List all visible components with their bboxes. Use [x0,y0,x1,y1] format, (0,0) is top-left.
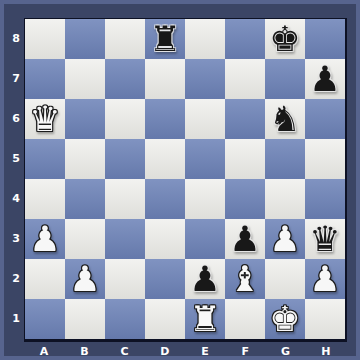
square-b5[interactable] [65,139,105,179]
square-e6[interactable] [185,99,225,139]
square-f7[interactable] [225,59,265,99]
square-g2[interactable] [265,259,305,299]
square-f2[interactable]: ♝ [225,259,265,299]
square-b8[interactable] [65,19,105,59]
file-label-f: F [225,343,265,360]
square-g6[interactable]: ♞ [265,99,305,139]
square-e2[interactable]: ♟ [185,259,225,299]
square-h7[interactable]: ♟ [305,59,345,99]
white-bishop[interactable]: ♝ [229,262,260,297]
white-king[interactable]: ♚ [269,302,300,337]
chess-board[interactable]: ♜♚♟♛♞♟♟♟♛♟♟♝♟♜♚ [24,18,347,342]
square-a6[interactable]: ♛ [25,99,65,139]
rank-label-8: 8 [8,18,24,58]
rank-label-6: 6 [8,98,24,138]
white-queen[interactable]: ♛ [29,102,60,137]
square-d5[interactable] [145,139,185,179]
square-c3[interactable] [105,219,145,259]
square-b6[interactable] [65,99,105,139]
square-g7[interactable] [265,59,305,99]
black-pawn[interactable]: ♟ [309,62,340,97]
square-d6[interactable] [145,99,185,139]
square-g4[interactable] [265,179,305,219]
white-pawn[interactable]: ♟ [309,262,340,297]
square-b1[interactable] [65,299,105,339]
square-d8[interactable]: ♜ [145,19,185,59]
square-c5[interactable] [105,139,145,179]
chessboard-frame: 87654321 ♜♚♟♛♞♟♟♟♛♟♟♝♟♜♚ ABCDEFGH [0,0,360,360]
square-g5[interactable] [265,139,305,179]
black-king[interactable]: ♚ [269,22,300,57]
square-h4[interactable] [305,179,345,219]
file-label-c: C [105,343,145,360]
square-f5[interactable] [225,139,265,179]
rank-label-7: 7 [8,58,24,98]
square-h3[interactable]: ♛ [305,219,345,259]
square-c6[interactable] [105,99,145,139]
square-e1[interactable]: ♜ [185,299,225,339]
file-label-d: D [145,343,185,360]
rank-label-2: 2 [8,258,24,298]
square-f4[interactable] [225,179,265,219]
square-e8[interactable] [185,19,225,59]
square-a2[interactable] [25,259,65,299]
white-pawn[interactable]: ♟ [269,222,300,257]
square-f6[interactable] [225,99,265,139]
file-label-e: E [185,343,225,360]
square-c7[interactable] [105,59,145,99]
square-g3[interactable]: ♟ [265,219,305,259]
square-f8[interactable] [225,19,265,59]
white-pawn[interactable]: ♟ [69,262,100,297]
square-b4[interactable] [65,179,105,219]
square-g1[interactable]: ♚ [265,299,305,339]
rank-label-3: 3 [8,218,24,258]
square-h5[interactable] [305,139,345,179]
rank-label-4: 4 [8,178,24,218]
square-c1[interactable] [105,299,145,339]
black-rook[interactable]: ♜ [149,22,180,57]
square-a3[interactable]: ♟ [25,219,65,259]
square-b7[interactable] [65,59,105,99]
white-rook[interactable]: ♜ [189,302,220,337]
black-pawn[interactable]: ♟ [229,222,260,257]
rank-label-5: 5 [8,138,24,178]
rank-label-1: 1 [8,298,24,338]
square-a4[interactable] [25,179,65,219]
square-d4[interactable] [145,179,185,219]
square-h6[interactable] [305,99,345,139]
square-e7[interactable] [185,59,225,99]
square-c8[interactable] [105,19,145,59]
square-h8[interactable] [305,19,345,59]
black-pawn[interactable]: ♟ [189,262,220,297]
white-pawn[interactable]: ♟ [29,222,60,257]
square-c4[interactable] [105,179,145,219]
square-f1[interactable] [225,299,265,339]
square-a1[interactable] [25,299,65,339]
square-a7[interactable] [25,59,65,99]
file-label-a: A [24,343,64,360]
black-knight[interactable]: ♞ [269,102,300,137]
square-b2[interactable]: ♟ [65,259,105,299]
square-b3[interactable] [65,219,105,259]
square-a8[interactable] [25,19,65,59]
file-label-b: B [64,343,104,360]
square-e5[interactable] [185,139,225,179]
square-c2[interactable] [105,259,145,299]
square-g8[interactable]: ♚ [265,19,305,59]
file-coordinates: ABCDEFGH [24,343,346,360]
square-d2[interactable] [145,259,185,299]
square-a5[interactable] [25,139,65,179]
square-d7[interactable] [145,59,185,99]
square-d1[interactable] [145,299,185,339]
rank-coordinates: 87654321 [8,18,24,338]
square-e3[interactable] [185,219,225,259]
file-label-g: G [266,343,306,360]
square-d3[interactable] [145,219,185,259]
square-h1[interactable] [305,299,345,339]
file-label-h: H [306,343,346,360]
black-queen[interactable]: ♛ [309,222,340,257]
square-e4[interactable] [185,179,225,219]
square-f3[interactable]: ♟ [225,219,265,259]
square-h2[interactable]: ♟ [305,259,345,299]
